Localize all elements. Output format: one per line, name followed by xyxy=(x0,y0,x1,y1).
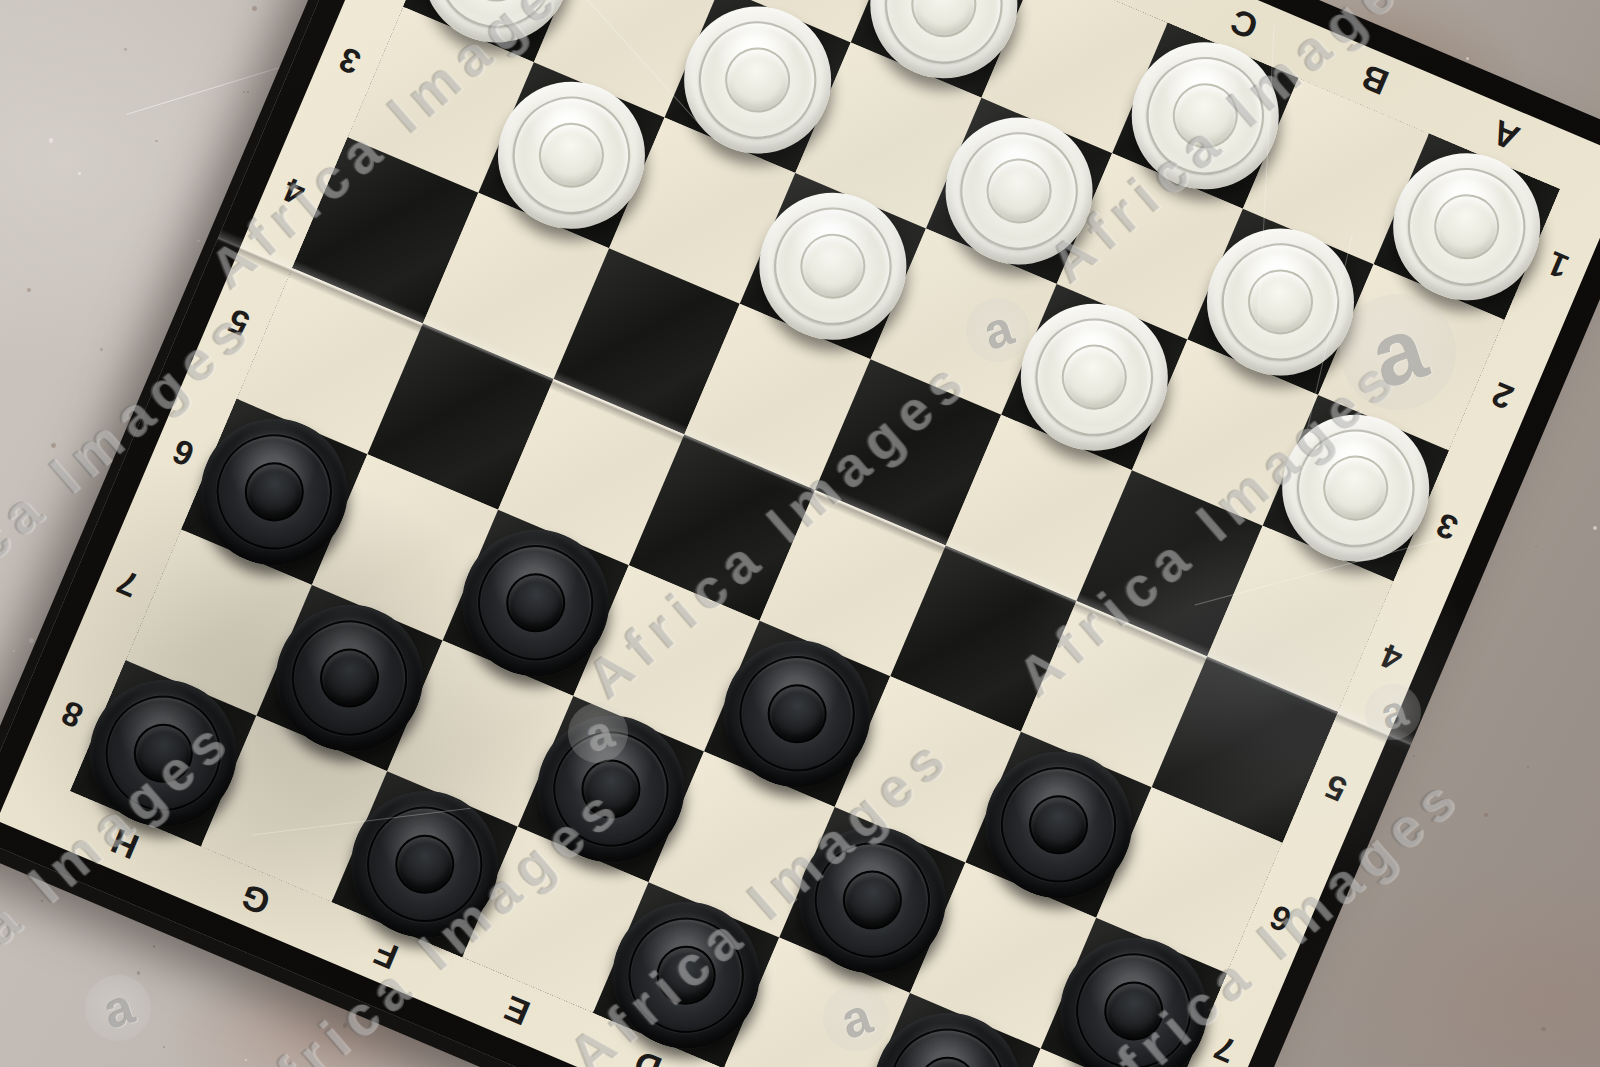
surface-speckle xyxy=(1541,1027,1546,1032)
surface-speckle xyxy=(137,971,140,974)
surface-speckle xyxy=(100,348,103,351)
surface-speckle xyxy=(163,1046,165,1048)
surface-speckle xyxy=(1484,813,1488,817)
surface-speckle xyxy=(197,240,199,242)
surface-speckle xyxy=(41,900,43,902)
surface-speckle xyxy=(29,638,33,642)
surface-speckle xyxy=(1593,526,1597,530)
surface-speckle xyxy=(155,140,158,143)
surface-speckle xyxy=(247,91,249,93)
surface-speckle xyxy=(49,138,53,142)
surface-speckle xyxy=(78,172,80,174)
surface-speckle xyxy=(217,947,220,950)
surface-speckle xyxy=(217,213,219,215)
surface-speckle xyxy=(243,91,245,93)
surface-speckle xyxy=(1413,755,1415,757)
surface-speckle xyxy=(27,288,31,292)
photo-canvas: ⛀⛀⛀⛀⛀⛀⛀⛀⛀⛀⛀⛀⛂⛂⛂⛂⛂⛂⛂⛂⛂⛂⛂⛂ HHGGFFEEDDCCBBA… xyxy=(0,0,1600,1067)
surface-speckle xyxy=(1466,57,1469,60)
watermark-logo-circle: a xyxy=(76,966,159,1049)
surface-speckle xyxy=(124,48,127,51)
surface-speckle xyxy=(146,383,149,386)
surface-speckle xyxy=(252,6,257,11)
checkerboard: ⛀⛀⛀⛀⛀⛀⛀⛀⛀⛀⛀⛀⛂⛂⛂⛂⛂⛂⛂⛂⛂⛂⛂⛂ HHGGFFEEDDCCBBA… xyxy=(0,0,1600,1067)
surface-speckle xyxy=(1527,766,1530,769)
surface-speckle xyxy=(13,650,16,653)
surface-speckle xyxy=(51,443,56,448)
surface-speckle xyxy=(343,1023,348,1028)
surface-speckle xyxy=(1535,546,1537,548)
watermark-logo-letter: a xyxy=(95,976,140,1041)
surface-speckle xyxy=(245,1059,247,1061)
surface-speckle xyxy=(153,945,156,948)
